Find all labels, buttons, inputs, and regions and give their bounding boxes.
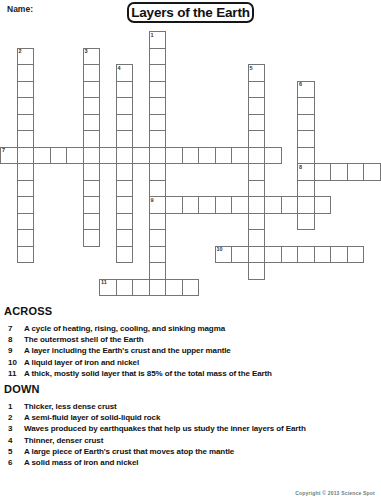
crossword-cell[interactable]: [330, 246, 348, 264]
clue-number: 8: [4, 334, 24, 345]
crossword-cell[interactable]: 1: [149, 31, 167, 49]
crossword-cell[interactable]: [248, 147, 266, 165]
clue-row: 8The outermost shell of the Earth: [4, 334, 378, 345]
across-header: ACROSS: [4, 305, 378, 317]
crossword-cell[interactable]: [248, 97, 266, 115]
down-section: DOWN 1Thicker, less dense crust2A semi-f…: [4, 383, 378, 468]
clue-row: 4Thinner, denser crust: [4, 435, 378, 446]
crossword-cell[interactable]: [314, 196, 332, 214]
clue-row: 9A layer including the Earth's crust and…: [4, 345, 378, 356]
crossword-cell[interactable]: [165, 147, 183, 165]
crossword-cell[interactable]: [99, 147, 117, 165]
crossword-cell[interactable]: [165, 279, 183, 297]
clue-row: 5A large piece of Earth's crust that mov…: [4, 446, 378, 457]
cell-number: 2: [19, 49, 22, 55]
clue-text: A cycle of heating, rising, cooling, and…: [24, 323, 378, 334]
crossword-cell[interactable]: [297, 180, 315, 198]
clue-text: The outermost shell of the Earth: [24, 334, 378, 345]
cell-number: 1: [151, 33, 154, 39]
crossword-cell[interactable]: [198, 196, 216, 214]
crossword-cell[interactable]: 10: [215, 246, 233, 264]
clue-number: 11: [4, 368, 24, 379]
crossword-cell[interactable]: [17, 97, 35, 115]
cell-number: 7: [2, 148, 5, 154]
cell-number: 6: [299, 82, 302, 88]
crossword-cell[interactable]: [116, 97, 134, 115]
crossword-cell[interactable]: [116, 229, 134, 247]
clue-text: A semi-fluid layer of solid-liquid rock: [24, 412, 378, 423]
crossword-cell[interactable]: [50, 147, 68, 165]
crossword-cell[interactable]: [248, 229, 266, 247]
cell-number: 11: [101, 280, 107, 286]
crossword-cell[interactable]: [83, 163, 101, 181]
crossword-cell[interactable]: [231, 147, 249, 165]
crossword-cell[interactable]: [231, 196, 249, 214]
crossword-cell[interactable]: [83, 64, 101, 82]
clue-row: 11A thick, mostly solid layer that is 85…: [4, 368, 378, 379]
clue-number: 7: [4, 323, 24, 334]
crossword-cell[interactable]: [363, 163, 381, 181]
crossword-cell[interactable]: [149, 246, 167, 264]
crossword-cell[interactable]: [149, 279, 167, 297]
crossword-cell[interactable]: 2: [17, 48, 35, 66]
cell-number: 5: [250, 66, 253, 72]
crossword-cell[interactable]: [248, 180, 266, 198]
crossword-cell[interactable]: [17, 196, 35, 214]
crossword-cell[interactable]: 8: [297, 163, 315, 181]
crossword-cell[interactable]: [264, 246, 282, 264]
crossword-cell[interactable]: [182, 196, 200, 214]
crossword-cell[interactable]: [165, 196, 183, 214]
crossword-cell[interactable]: [116, 279, 134, 297]
cell-number: 10: [217, 247, 223, 253]
crossword-cell[interactable]: [248, 163, 266, 181]
crossword-cell[interactable]: [17, 130, 35, 148]
crossword-cell[interactable]: [149, 163, 167, 181]
clue-number: 6: [4, 457, 24, 468]
crossword-cell[interactable]: [116, 81, 134, 99]
crossword-cell[interactable]: [116, 196, 134, 214]
crossword-cell[interactable]: [17, 229, 35, 247]
crossword-cell[interactable]: [215, 147, 233, 165]
crossword-cell[interactable]: [149, 81, 167, 99]
crossword-cell[interactable]: [116, 163, 134, 181]
crossword-cell[interactable]: [116, 213, 134, 231]
clue-text: Thicker, less dense crust: [24, 401, 378, 412]
crossword-cell[interactable]: [83, 114, 101, 132]
crossword-cell[interactable]: [347, 246, 365, 264]
down-header: DOWN: [4, 383, 378, 395]
crossword-cell[interactable]: [83, 147, 101, 165]
clue-row: 1Thicker, less dense crust: [4, 401, 378, 412]
clue-row: 6A solid mass of iron and nickel: [4, 457, 378, 468]
crossword-cell[interactable]: 6: [297, 81, 315, 99]
crossword-cell[interactable]: [17, 246, 35, 264]
crossword-cell[interactable]: [297, 196, 315, 214]
crossword-cell[interactable]: 4: [116, 64, 134, 82]
across-clue-list: 7A cycle of heating, rising, cooling, an…: [4, 323, 378, 379]
crossword-cell[interactable]: [132, 279, 150, 297]
clue-text: A large piece of Earth's crust that move…: [24, 446, 378, 457]
clue-text: A liquid layer of iron and nickel: [24, 357, 378, 368]
crossword-cell[interactable]: [149, 213, 167, 231]
crossword-cell[interactable]: [248, 114, 266, 132]
cell-number: 4: [118, 66, 121, 72]
clue-text: A solid mass of iron and nickel: [24, 457, 378, 468]
crossword-cell[interactable]: [248, 81, 266, 99]
crossword-cell[interactable]: [17, 64, 35, 82]
clue-number: 10: [4, 357, 24, 368]
crossword-cell[interactable]: [66, 147, 84, 165]
page-title: Layers of the Earth: [131, 5, 250, 20]
clue-row: 2A semi-fluid layer of solid-liquid rock: [4, 412, 378, 423]
crossword-cell[interactable]: [149, 180, 167, 198]
crossword-cell[interactable]: [149, 147, 167, 165]
crossword-grid: 1234567891011: [0, 31, 380, 296]
name-label: Name:: [7, 4, 33, 14]
crossword-cell[interactable]: [149, 130, 167, 148]
crossword-cell[interactable]: [248, 262, 266, 280]
crossword-cell[interactable]: [248, 196, 266, 214]
crossword-cell[interactable]: [264, 196, 282, 214]
crossword-cell[interactable]: [215, 196, 233, 214]
crossword-cell[interactable]: [149, 64, 167, 82]
crossword-cell[interactable]: 9: [149, 196, 167, 214]
crossword-cell[interactable]: [314, 163, 332, 181]
clue-number: 1: [4, 401, 24, 412]
clue-number: 4: [4, 435, 24, 446]
down-clue-list: 1Thicker, less dense crust2A semi-fluid …: [4, 401, 378, 468]
crossword-cell[interactable]: [347, 163, 365, 181]
crossword-cell[interactable]: [149, 114, 167, 132]
clue-number: 3: [4, 423, 24, 434]
title-box: Layers of the Earth: [127, 2, 254, 23]
crossword-cell[interactable]: [297, 97, 315, 115]
cell-number: 9: [151, 198, 154, 204]
clue-text: Waves produced by earthquakes that help …: [24, 423, 378, 434]
crossword-cell[interactable]: [248, 130, 266, 148]
crossword-cell[interactable]: [17, 213, 35, 231]
crossword-cell[interactable]: [83, 81, 101, 99]
clue-number: 9: [4, 345, 24, 356]
crossword-cell[interactable]: 11: [99, 279, 117, 297]
crossword-cell[interactable]: [182, 279, 200, 297]
crossword-cell[interactable]: [83, 213, 101, 231]
crossword-cell[interactable]: [297, 246, 315, 264]
crossword-cell[interactable]: [281, 246, 299, 264]
clue-row: 3Waves produced by earthquakes that help…: [4, 423, 378, 434]
crossword-cell[interactable]: [116, 180, 134, 198]
crossword-cell[interactable]: [83, 229, 101, 247]
clue-text: A thick, mostly solid layer that is 85% …: [24, 368, 378, 379]
clue-row: 10A liquid layer of iron and nickel: [4, 357, 378, 368]
crossword-cell[interactable]: [314, 246, 332, 264]
crossword-cell[interactable]: [297, 114, 315, 132]
crossword-cell[interactable]: [297, 130, 315, 148]
crossword-cell[interactable]: [248, 246, 266, 264]
clue-number: 5: [4, 446, 24, 457]
across-section: ACROSS 7A cycle of heating, rising, cool…: [4, 305, 378, 379]
crossword-cell[interactable]: [182, 147, 200, 165]
clue-row: 7A cycle of heating, rising, cooling, an…: [4, 323, 378, 334]
crossword-cell[interactable]: [149, 229, 167, 247]
crossword-cell[interactable]: [281, 196, 299, 214]
clue-text: Thinner, denser crust: [24, 435, 378, 446]
crossword-cell[interactable]: [149, 97, 167, 115]
crossword-cell[interactable]: [330, 163, 348, 181]
crossword-cell[interactable]: [17, 180, 35, 198]
crossword-cell[interactable]: [83, 180, 101, 198]
crossword-cell[interactable]: [297, 147, 315, 165]
crossword-cell[interactable]: [149, 48, 167, 66]
crossword-cell[interactable]: [149, 262, 167, 280]
crossword-cell[interactable]: [83, 97, 101, 115]
crossword-cell[interactable]: 7: [0, 147, 18, 165]
crossword-cell[interactable]: [116, 147, 134, 165]
crossword-cell[interactable]: [17, 81, 35, 99]
crossword-cell[interactable]: [248, 213, 266, 231]
crossword-cell[interactable]: [116, 114, 134, 132]
crossword-cell[interactable]: [83, 196, 101, 214]
crossword-cell[interactable]: [132, 147, 150, 165]
crossword-cell[interactable]: [264, 147, 282, 165]
crossword-cell[interactable]: [198, 147, 216, 165]
crossword-cell[interactable]: [17, 114, 35, 132]
crossword-cell[interactable]: 5: [248, 64, 266, 82]
copyright-footer: Copyright © 2013 Science Spot: [295, 490, 375, 496]
clue-number: 2: [4, 412, 24, 423]
crossword-cell[interactable]: [17, 147, 35, 165]
crossword-cell[interactable]: [17, 163, 35, 181]
crossword-cell[interactable]: [231, 246, 249, 264]
crossword-cell[interactable]: [297, 213, 315, 231]
clue-text: A layer including the Earth's crust and …: [24, 345, 378, 356]
crossword-cell[interactable]: [33, 147, 51, 165]
crossword-cell[interactable]: [83, 130, 101, 148]
crossword-cell[interactable]: [116, 130, 134, 148]
cell-number: 8: [299, 165, 302, 171]
crossword-cell[interactable]: 3: [83, 48, 101, 66]
cell-number: 3: [85, 49, 88, 55]
crossword-cell[interactable]: [116, 246, 134, 264]
